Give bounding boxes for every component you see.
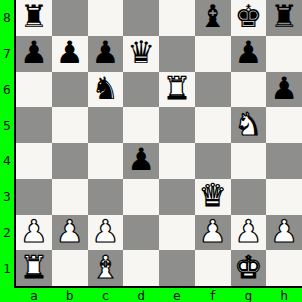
piece-black-pawn[interactable]: ♟ <box>127 144 155 175</box>
square-g7[interactable]: ♟ <box>231 36 267 72</box>
piece-white-pawn[interactable]: ♟ <box>270 216 298 247</box>
rank-label-1: 1 <box>0 250 14 286</box>
square-d3[interactable] <box>123 179 159 215</box>
rank-label-4: 4 <box>0 143 14 179</box>
square-c8[interactable] <box>88 0 124 36</box>
rank-label-7: 7 <box>0 36 14 72</box>
piece-white-rook[interactable]: ♜ <box>20 252 48 283</box>
piece-white-pawn[interactable]: ♟ <box>56 216 84 247</box>
square-a3[interactable] <box>16 179 52 215</box>
square-b3[interactable] <box>52 179 88 215</box>
square-g2[interactable]: ♟ <box>231 215 267 251</box>
square-g5[interactable]: ♞ <box>231 107 267 143</box>
square-a7[interactable]: ♟ <box>16 36 52 72</box>
chess-board-window: 87654321 ♜♝♚♜♟♟♟♛♟♞♜♟♞♟♛♟♟♟♟♟♟♜♝♚ abcdef… <box>0 0 302 302</box>
square-e3[interactable] <box>159 179 195 215</box>
piece-white-pawn[interactable]: ♟ <box>20 216 48 247</box>
square-d7[interactable]: ♛ <box>123 36 159 72</box>
piece-white-queen[interactable]: ♛ <box>199 180 227 211</box>
square-g8[interactable]: ♚ <box>231 0 267 36</box>
piece-white-pawn[interactable]: ♟ <box>234 216 262 247</box>
square-f5[interactable] <box>195 107 231 143</box>
square-h2[interactable]: ♟ <box>266 215 302 251</box>
file-label-g: g <box>231 288 267 302</box>
square-c2[interactable]: ♟ <box>88 215 124 251</box>
square-d5[interactable] <box>123 107 159 143</box>
square-a5[interactable] <box>16 107 52 143</box>
chess-board[interactable]: ♜♝♚♜♟♟♟♛♟♞♜♟♞♟♛♟♟♟♟♟♟♜♝♚ <box>16 0 302 286</box>
square-d1[interactable] <box>123 250 159 286</box>
square-c6[interactable]: ♞ <box>88 72 124 108</box>
square-a6[interactable] <box>16 72 52 108</box>
piece-black-rook[interactable]: ♜ <box>270 1 298 32</box>
piece-white-pawn[interactable]: ♟ <box>199 216 227 247</box>
square-e4[interactable] <box>159 143 195 179</box>
square-b7[interactable]: ♟ <box>52 36 88 72</box>
piece-black-pawn[interactable]: ♟ <box>20 37 48 68</box>
piece-black-pawn[interactable]: ♟ <box>270 73 298 104</box>
square-h3[interactable] <box>266 179 302 215</box>
square-d2[interactable] <box>123 215 159 251</box>
square-g6[interactable] <box>231 72 267 108</box>
square-d6[interactable] <box>123 72 159 108</box>
square-f1[interactable] <box>195 250 231 286</box>
square-d4[interactable]: ♟ <box>123 143 159 179</box>
square-b4[interactable] <box>52 143 88 179</box>
square-f3[interactable]: ♛ <box>195 179 231 215</box>
file-labels: abcdefgh <box>16 288 302 302</box>
square-c1[interactable]: ♝ <box>88 250 124 286</box>
rank-label-2: 2 <box>0 215 14 251</box>
square-h1[interactable] <box>266 250 302 286</box>
square-g3[interactable] <box>231 179 267 215</box>
piece-white-bishop[interactable]: ♝ <box>91 252 119 283</box>
square-f6[interactable] <box>195 72 231 108</box>
square-g1[interactable]: ♚ <box>231 250 267 286</box>
square-a4[interactable] <box>16 143 52 179</box>
square-e6[interactable]: ♜ <box>159 72 195 108</box>
piece-black-rook[interactable]: ♜ <box>20 1 48 32</box>
file-label-e: e <box>159 288 195 302</box>
square-h6[interactable]: ♟ <box>266 72 302 108</box>
square-b2[interactable]: ♟ <box>52 215 88 251</box>
square-f2[interactable]: ♟ <box>195 215 231 251</box>
square-h7[interactable] <box>266 36 302 72</box>
rank-label-6: 6 <box>0 72 14 108</box>
piece-black-queen[interactable]: ♛ <box>127 37 155 68</box>
piece-white-pawn[interactable]: ♟ <box>91 216 119 247</box>
square-f4[interactable] <box>195 143 231 179</box>
piece-black-king[interactable]: ♚ <box>234 1 262 32</box>
square-c4[interactable] <box>88 143 124 179</box>
square-h8[interactable]: ♜ <box>266 0 302 36</box>
piece-black-bishop[interactable]: ♝ <box>199 1 227 32</box>
piece-black-pawn[interactable]: ♟ <box>234 37 262 68</box>
file-label-b: b <box>52 288 88 302</box>
piece-white-rook[interactable]: ♜ <box>163 73 191 104</box>
square-b5[interactable] <box>52 107 88 143</box>
square-f7[interactable] <box>195 36 231 72</box>
square-a1[interactable]: ♜ <box>16 250 52 286</box>
square-e1[interactable] <box>159 250 195 286</box>
square-h4[interactable] <box>266 143 302 179</box>
file-label-a: a <box>16 288 52 302</box>
square-c3[interactable] <box>88 179 124 215</box>
rank-label-5: 5 <box>0 107 14 143</box>
square-g4[interactable] <box>231 143 267 179</box>
square-a8[interactable]: ♜ <box>16 0 52 36</box>
rank-labels: 87654321 <box>0 0 14 286</box>
square-e2[interactable] <box>159 215 195 251</box>
square-b6[interactable] <box>52 72 88 108</box>
square-h5[interactable] <box>266 107 302 143</box>
rank-label-3: 3 <box>0 179 14 215</box>
square-e8[interactable] <box>159 0 195 36</box>
piece-white-king[interactable]: ♚ <box>234 252 262 283</box>
square-b1[interactable] <box>52 250 88 286</box>
piece-black-pawn[interactable]: ♟ <box>56 37 84 68</box>
square-e7[interactable] <box>159 36 195 72</box>
rank-label-8: 8 <box>0 0 14 36</box>
square-c7[interactable]: ♟ <box>88 36 124 72</box>
file-label-c: c <box>88 288 124 302</box>
piece-black-knight[interactable]: ♞ <box>91 73 119 104</box>
square-e5[interactable] <box>159 107 195 143</box>
piece-white-knight[interactable]: ♞ <box>234 109 262 140</box>
square-c5[interactable] <box>88 107 124 143</box>
file-label-d: d <box>123 288 159 302</box>
file-label-h: h <box>266 288 302 302</box>
square-f8[interactable]: ♝ <box>195 0 231 36</box>
piece-black-pawn[interactable]: ♟ <box>91 37 119 68</box>
square-b8[interactable] <box>52 0 88 36</box>
square-d8[interactable] <box>123 0 159 36</box>
file-label-f: f <box>195 288 231 302</box>
square-a2[interactable]: ♟ <box>16 215 52 251</box>
